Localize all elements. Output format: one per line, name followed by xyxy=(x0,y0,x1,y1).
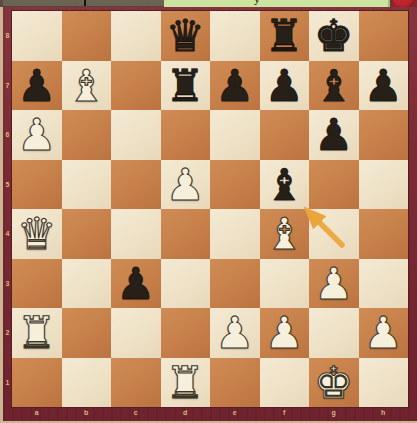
rank-label-7: 7 xyxy=(3,61,12,111)
square-f5[interactable]: ♝ xyxy=(260,160,310,210)
square-b7[interactable]: ♝ xyxy=(62,61,112,111)
square-a4[interactable]: ♛ xyxy=(12,209,62,259)
square-h8[interactable] xyxy=(359,11,409,61)
square-e3[interactable] xyxy=(210,259,260,309)
rank-label-3: 3 xyxy=(3,259,12,309)
white-rook[interactable]: ♜ xyxy=(17,308,56,357)
square-a7[interactable]: ♟ xyxy=(12,61,62,111)
white-pawn[interactable]: ♟ xyxy=(265,308,304,357)
square-h2[interactable]: ♟ xyxy=(359,308,409,358)
square-b1[interactable] xyxy=(62,358,112,408)
square-h7[interactable]: ♟ xyxy=(359,61,409,111)
square-a2[interactable]: ♜ xyxy=(12,308,62,358)
square-c1[interactable] xyxy=(111,358,161,408)
notation-text-fragment: y xyxy=(254,0,260,6)
square-e1[interactable] xyxy=(210,358,260,408)
square-e5[interactable] xyxy=(210,160,260,210)
black-king[interactable]: ♚ xyxy=(314,11,353,60)
square-f8[interactable]: ♜ xyxy=(260,11,310,61)
square-f3[interactable] xyxy=(260,259,310,309)
square-e7[interactable]: ♟ xyxy=(210,61,260,111)
rank-label-2: 2 xyxy=(3,308,12,358)
rank-labels: 87654321 xyxy=(3,11,12,407)
square-c8[interactable] xyxy=(111,11,161,61)
chess-app-screen: y 87654321 ♛♜♚♟♝♜♟♟♝♟♟♟♟♝♛♝♟♟♜♟♟♟♜♚ abcd… xyxy=(0,0,417,423)
square-e8[interactable] xyxy=(210,11,260,61)
top-toolbar-strip: y xyxy=(0,0,417,7)
file-label-g: g xyxy=(309,407,359,421)
file-labels: abcdefgh xyxy=(12,407,408,421)
square-a3[interactable] xyxy=(12,259,62,309)
square-d7[interactable]: ♜ xyxy=(161,61,211,111)
black-bishop[interactable]: ♝ xyxy=(314,61,353,110)
square-c4[interactable] xyxy=(111,209,161,259)
square-g6[interactable]: ♟ xyxy=(309,110,359,160)
black-pawn[interactable]: ♟ xyxy=(364,61,403,110)
square-d3[interactable] xyxy=(161,259,211,309)
square-b8[interactable] xyxy=(62,11,112,61)
rank-label-5: 5 xyxy=(3,160,12,210)
square-c7[interactable] xyxy=(111,61,161,111)
square-g4[interactable] xyxy=(309,209,359,259)
square-b4[interactable] xyxy=(62,209,112,259)
toolbar-divider xyxy=(84,0,86,6)
square-b6[interactable] xyxy=(62,110,112,160)
file-label-a: a xyxy=(12,407,62,421)
square-f7[interactable]: ♟ xyxy=(260,61,310,111)
square-f2[interactable]: ♟ xyxy=(260,308,310,358)
square-a6[interactable]: ♟ xyxy=(12,110,62,160)
square-d8[interactable]: ♛ xyxy=(161,11,211,61)
square-h6[interactable] xyxy=(359,110,409,160)
square-d4[interactable] xyxy=(161,209,211,259)
square-c5[interactable] xyxy=(111,160,161,210)
square-b3[interactable] xyxy=(62,259,112,309)
rank-label-4: 4 xyxy=(3,209,12,259)
square-e2[interactable]: ♟ xyxy=(210,308,260,358)
white-queen[interactable]: ♛ xyxy=(17,209,56,258)
white-pawn[interactable]: ♟ xyxy=(166,160,205,209)
rank-label-6: 6 xyxy=(3,110,12,160)
notation-panel-edge: y xyxy=(164,0,390,7)
white-king[interactable]: ♚ xyxy=(314,358,353,407)
square-h1[interactable] xyxy=(359,358,409,408)
file-label-c: c xyxy=(111,407,161,421)
square-a8[interactable] xyxy=(12,11,62,61)
square-d1[interactable]: ♜ xyxy=(161,358,211,408)
white-bishop[interactable]: ♝ xyxy=(265,209,304,258)
square-g8[interactable]: ♚ xyxy=(309,11,359,61)
file-label-d: d xyxy=(161,407,211,421)
square-d5[interactable]: ♟ xyxy=(161,160,211,210)
square-h3[interactable] xyxy=(359,259,409,309)
square-g2[interactable] xyxy=(309,308,359,358)
white-pawn[interactable]: ♟ xyxy=(17,110,56,159)
white-pawn[interactable]: ♟ xyxy=(364,308,403,357)
black-pawn[interactable]: ♟ xyxy=(265,61,304,110)
rank-label-1: 1 xyxy=(3,358,12,408)
square-b2[interactable] xyxy=(62,308,112,358)
white-pawn[interactable]: ♟ xyxy=(215,308,254,357)
square-a1[interactable] xyxy=(12,358,62,408)
black-pawn[interactable]: ♟ xyxy=(215,61,254,110)
black-pawn[interactable]: ♟ xyxy=(17,61,56,110)
square-c2[interactable] xyxy=(111,308,161,358)
square-c6[interactable] xyxy=(111,110,161,160)
square-d6[interactable] xyxy=(161,110,211,160)
square-d2[interactable] xyxy=(161,308,211,358)
square-g5[interactable] xyxy=(309,160,359,210)
white-rook[interactable]: ♜ xyxy=(166,358,205,407)
board-frame: 87654321 ♛♜♚♟♝♜♟♟♝♟♟♟♟♝♛♝♟♟♜♟♟♟♜♚ abcdef… xyxy=(3,7,417,421)
square-f6[interactable] xyxy=(260,110,310,160)
white-pawn[interactable]: ♟ xyxy=(314,259,353,308)
square-f4[interactable]: ♝ xyxy=(260,209,310,259)
black-bishop[interactable]: ♝ xyxy=(265,160,304,209)
square-c3[interactable]: ♟ xyxy=(111,259,161,309)
square-h5[interactable] xyxy=(359,160,409,210)
square-g3[interactable]: ♟ xyxy=(309,259,359,309)
square-f1[interactable] xyxy=(260,358,310,408)
white-bishop[interactable]: ♝ xyxy=(67,61,106,110)
black-queen[interactable]: ♛ xyxy=(166,11,205,60)
square-e6[interactable] xyxy=(210,110,260,160)
file-label-e: e xyxy=(210,407,260,421)
rank-label-8: 8 xyxy=(3,11,12,61)
square-b5[interactable] xyxy=(62,160,112,210)
file-label-f: f xyxy=(260,407,310,421)
black-pawn[interactable]: ♟ xyxy=(116,259,155,308)
file-label-b: b xyxy=(62,407,112,421)
square-h4[interactable] xyxy=(359,209,409,259)
chess-board: ♛♜♚♟♝♜♟♟♝♟♟♟♟♝♛♝♟♟♜♟♟♟♜♚ xyxy=(12,11,408,407)
square-g7[interactable]: ♝ xyxy=(309,61,359,111)
black-pawn[interactable]: ♟ xyxy=(314,110,353,159)
black-rook[interactable]: ♜ xyxy=(265,11,304,60)
square-e4[interactable] xyxy=(210,209,260,259)
square-a5[interactable] xyxy=(12,160,62,210)
square-g1[interactable]: ♚ xyxy=(309,358,359,408)
black-rook[interactable]: ♜ xyxy=(166,61,205,110)
file-label-h: h xyxy=(359,407,409,421)
